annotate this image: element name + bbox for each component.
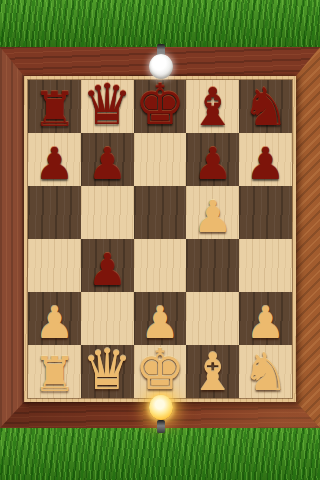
piece-black-rook-a6[interactable]: ♜	[33, 85, 76, 133]
square-e4[interactable]	[239, 186, 292, 239]
square-c1[interactable]: ♚	[134, 345, 187, 398]
square-a4[interactable]	[28, 186, 81, 239]
piece-black-pawn-b5[interactable]: ♟	[87, 142, 126, 186]
square-d1[interactable]: ♝	[186, 345, 239, 398]
chess-app-screen: ♜♛♚♝♞♟♟♟♟♟♟♟♟♟♜♛♚♝♞	[0, 0, 320, 480]
square-d2[interactable]	[186, 292, 239, 345]
bulb-socket-icon	[157, 420, 165, 433]
square-d3[interactable]	[186, 239, 239, 292]
piece-white-pawn-a2[interactable]: ♟	[35, 301, 74, 345]
piece-black-pawn-e5[interactable]: ♟	[246, 142, 285, 186]
square-c4[interactable]	[134, 186, 187, 239]
square-a3[interactable]	[28, 239, 81, 292]
square-c3[interactable]	[134, 239, 187, 292]
square-c5[interactable]	[134, 133, 187, 186]
square-a2[interactable]: ♟	[28, 292, 81, 345]
frame-left-bar	[0, 47, 24, 428]
square-a6[interactable]: ♜	[28, 80, 81, 133]
square-e3[interactable]	[239, 239, 292, 292]
piece-black-knight-e6[interactable]: ♞	[242, 81, 289, 133]
square-d4[interactable]: ♟	[186, 186, 239, 239]
square-e6[interactable]: ♞	[239, 80, 292, 133]
frame-right-bar	[296, 47, 320, 428]
square-b6[interactable]: ♛	[81, 80, 134, 133]
square-a5[interactable]: ♟	[28, 133, 81, 186]
grass-background-bottom	[0, 428, 320, 480]
piece-white-king-c1[interactable]: ♚	[135, 342, 185, 398]
piece-white-pawn-e2[interactable]: ♟	[246, 301, 285, 345]
piece-black-king-c6[interactable]: ♚	[135, 77, 185, 133]
square-e5[interactable]: ♟	[239, 133, 292, 186]
square-c6[interactable]: ♚	[134, 80, 187, 133]
piece-black-pawn-a5[interactable]: ♟	[35, 142, 74, 186]
piece-white-queen-b1[interactable]: ♛	[82, 342, 132, 398]
square-e2[interactable]: ♟	[239, 292, 292, 345]
square-b5[interactable]: ♟	[81, 133, 134, 186]
piece-black-pawn-d5[interactable]: ♟	[193, 142, 232, 186]
piece-white-bishop-d1[interactable]: ♝	[189, 346, 236, 398]
square-b3[interactable]: ♟	[81, 239, 134, 292]
square-d6[interactable]: ♝	[186, 80, 239, 133]
piece-black-bishop-d6[interactable]: ♝	[189, 81, 236, 133]
square-b4[interactable]	[81, 186, 134, 239]
piece-white-knight-e1[interactable]: ♞	[242, 346, 289, 398]
piece-white-pawn-d4[interactable]: ♟	[193, 195, 232, 239]
piece-black-pawn-b3[interactable]: ♟	[87, 248, 126, 292]
piece-black-queen-b6[interactable]: ♛	[82, 77, 132, 133]
square-a1[interactable]: ♜	[28, 345, 81, 398]
grass-background-top	[0, 0, 320, 47]
piece-white-rook-a1[interactable]: ♜	[33, 350, 76, 398]
square-b1[interactable]: ♛	[81, 345, 134, 398]
square-d5[interactable]: ♟	[186, 133, 239, 186]
square-e1[interactable]: ♞	[239, 345, 292, 398]
chess-board[interactable]: ♜♛♚♝♞♟♟♟♟♟♟♟♟♟♜♛♚♝♞	[28, 80, 292, 398]
